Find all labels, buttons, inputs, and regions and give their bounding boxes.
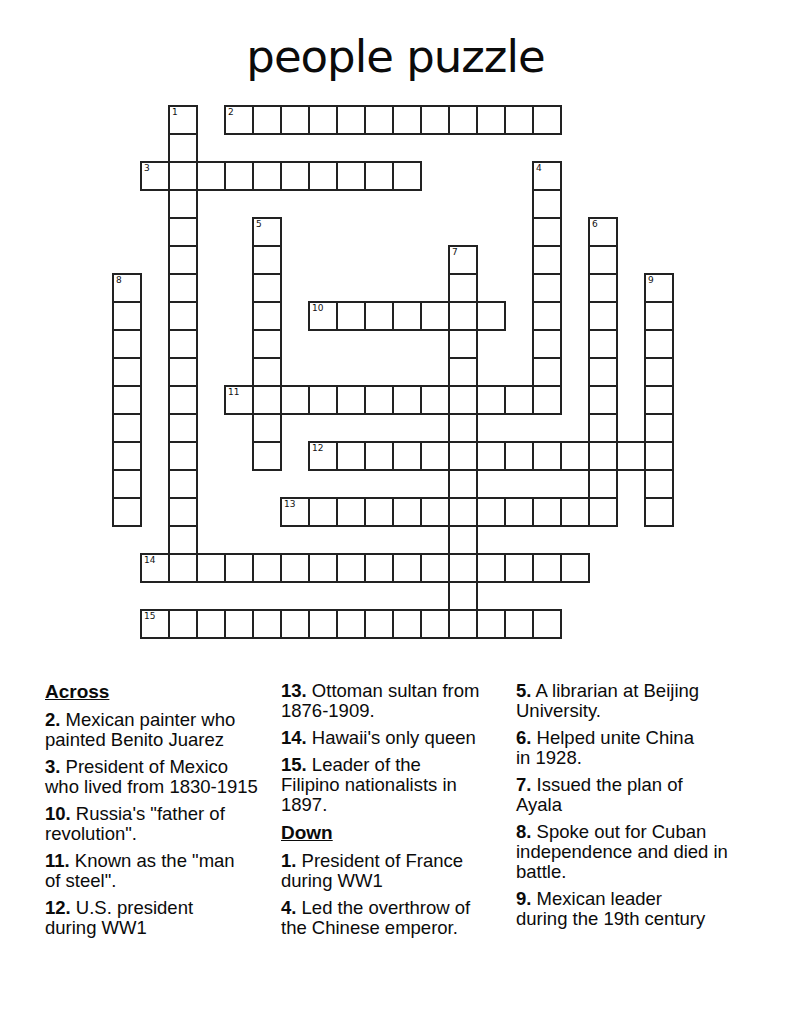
clue-9: 9. Mexican leader during the 19th centur… xyxy=(516,889,768,929)
cell-r14c16[interactable] xyxy=(560,497,590,527)
clue-4: 4. Led the overthrow of the Chinese empe… xyxy=(281,898,533,938)
grid-number-7: 7 xyxy=(452,247,458,257)
cell-r8c19[interactable] xyxy=(644,329,674,359)
cell-r7c9[interactable] xyxy=(364,301,394,331)
clue-6: 6. Helped unite China in 1928. xyxy=(516,728,768,768)
cell-r16c11[interactable] xyxy=(420,553,450,583)
cell-r16c15[interactable] xyxy=(532,553,562,583)
cell-r14c7[interactable] xyxy=(308,497,338,527)
cell-r6c17[interactable] xyxy=(588,273,618,303)
page-title: people puzzle xyxy=(0,30,791,83)
cell-r18c6[interactable] xyxy=(280,609,310,639)
cell-r14c19[interactable] xyxy=(644,497,674,527)
cell-r12c13[interactable] xyxy=(476,441,506,471)
cell-r18c7[interactable] xyxy=(308,609,338,639)
cell-r16c3[interactable] xyxy=(196,553,226,583)
clue-number-1: 1. xyxy=(281,850,296,871)
cell-r10c13[interactable] xyxy=(476,385,506,415)
cell-r9c2[interactable] xyxy=(168,357,198,387)
cell-r5c17[interactable] xyxy=(588,245,618,275)
cell-r10c15[interactable] xyxy=(532,385,562,415)
cell-r16c13[interactable] xyxy=(476,553,506,583)
cell-r0c8[interactable] xyxy=(336,105,366,135)
cell-r8c12[interactable] xyxy=(448,329,478,359)
cell-r13c2[interactable] xyxy=(168,469,198,499)
cell-r12c5[interactable] xyxy=(252,441,282,471)
clues-column-down: 5. A librarian at Beijing University.6. … xyxy=(516,681,768,936)
clue-1: 1. President of France during WW1 xyxy=(281,851,533,891)
cell-r7c15[interactable] xyxy=(532,301,562,331)
cell-r15c2[interactable] xyxy=(168,525,198,555)
cell-r12c2[interactable] xyxy=(168,441,198,471)
clue-15: 15. Leader of the Filipino nationalists … xyxy=(281,755,533,815)
clues-column-middle: 13. Ottoman sultan from 1876-1909.14. Ha… xyxy=(281,681,533,945)
cell-r4c15[interactable] xyxy=(532,217,562,247)
cell-r7c2[interactable] xyxy=(168,301,198,331)
cell-r2c6[interactable] xyxy=(280,161,310,191)
cell-r16c12[interactable] xyxy=(448,553,478,583)
cell-r10c11[interactable] xyxy=(420,385,450,415)
grid-number-12: 12 xyxy=(312,443,323,453)
cell-r10c10[interactable] xyxy=(392,385,422,415)
cell-r14c12[interactable] xyxy=(448,497,478,527)
cell-r5c2[interactable] xyxy=(168,245,198,275)
cell-r18c9[interactable] xyxy=(364,609,394,639)
cell-r16c6[interactable] xyxy=(280,553,310,583)
clue-number-2: 2. xyxy=(45,709,60,730)
clue-number-4: 4. xyxy=(281,897,296,918)
cell-r18c12[interactable] xyxy=(448,609,478,639)
cell-r6c2[interactable] xyxy=(168,273,198,303)
cell-r11c17[interactable] xyxy=(588,413,618,443)
cell-r12c8[interactable] xyxy=(336,441,366,471)
cell-r16c4[interactable] xyxy=(224,553,254,583)
cell-r13c19[interactable] xyxy=(644,469,674,499)
cell-r16c8[interactable] xyxy=(336,553,366,583)
cell-r2c5[interactable] xyxy=(252,161,282,191)
cell-r0c5[interactable] xyxy=(252,105,282,135)
cell-r14c13[interactable] xyxy=(476,497,506,527)
clue-number-11: 11. xyxy=(45,850,70,871)
grid-number-15: 15 xyxy=(144,611,155,621)
cell-r10c9[interactable] xyxy=(364,385,394,415)
cell-r8c17[interactable] xyxy=(588,329,618,359)
cell-r18c10[interactable] xyxy=(392,609,422,639)
grid-number-4: 4 xyxy=(536,163,542,173)
cell-r18c13[interactable] xyxy=(476,609,506,639)
cell-r8c15[interactable] xyxy=(532,329,562,359)
cell-r2c2[interactable] xyxy=(168,161,198,191)
crossword-grid: 123456789101112131415 xyxy=(113,106,675,641)
cell-r18c14[interactable] xyxy=(504,609,534,639)
cell-r18c11[interactable] xyxy=(420,609,450,639)
cell-r12c14[interactable] xyxy=(504,441,534,471)
cell-r9c19[interactable] xyxy=(644,357,674,387)
clue-8: 8. Spoke out for Cuban independence and … xyxy=(516,822,768,882)
cell-r17c12[interactable] xyxy=(448,581,478,611)
cell-r8c5[interactable] xyxy=(252,329,282,359)
cell-r5c5[interactable] xyxy=(252,245,282,275)
grid-number-1: 1 xyxy=(172,107,178,117)
cell-r8c2[interactable] xyxy=(168,329,198,359)
cell-r2c7[interactable] xyxy=(308,161,338,191)
cell-r5c15[interactable] xyxy=(532,245,562,275)
cell-r11c2[interactable] xyxy=(168,413,198,443)
cell-r16c9[interactable] xyxy=(364,553,394,583)
cell-r13c17[interactable] xyxy=(588,469,618,499)
cell-r14c17[interactable] xyxy=(588,497,618,527)
cell-r10c19[interactable] xyxy=(644,385,674,415)
cell-r10c5[interactable] xyxy=(252,385,282,415)
clue-number-6: 6. xyxy=(516,727,531,748)
cell-r16c5[interactable] xyxy=(252,553,282,583)
cell-r11c5[interactable] xyxy=(252,413,282,443)
clue-number-3: 3. xyxy=(45,756,60,777)
cell-r3c15[interactable] xyxy=(532,189,562,219)
grid-number-14: 14 xyxy=(144,555,155,565)
cell-r2c10[interactable] xyxy=(392,161,422,191)
cell-r14c11[interactable] xyxy=(420,497,450,527)
cell-r16c14[interactable] xyxy=(504,553,534,583)
grid-number-6: 6 xyxy=(592,219,598,229)
cell-r16c16[interactable] xyxy=(560,553,590,583)
clue-number-5: 5. xyxy=(516,680,531,701)
cell-r6c12[interactable] xyxy=(448,273,478,303)
cell-r11c19[interactable] xyxy=(644,413,674,443)
cell-r11c0[interactable] xyxy=(112,413,142,443)
across-heading: Across xyxy=(45,681,297,703)
cell-r4c2[interactable] xyxy=(168,217,198,247)
cell-r12c17[interactable] xyxy=(588,441,618,471)
clue-7: 7. Issued the plan of Ayala xyxy=(516,775,768,815)
cell-r0c14[interactable] xyxy=(504,105,534,135)
clue-13: 13. Ottoman sultan from 1876-1909. xyxy=(281,681,533,721)
cell-r14c8[interactable] xyxy=(336,497,366,527)
clues-column-across: Across2. Mexican painter who painted Ben… xyxy=(45,681,297,945)
clue-10: 10. Russia's "father of revolution". xyxy=(45,804,297,844)
cell-r0c6[interactable] xyxy=(280,105,310,135)
grid-number-10: 10 xyxy=(312,303,323,313)
clue-number-15: 15. xyxy=(281,754,307,775)
cell-r12c18[interactable] xyxy=(616,441,646,471)
cell-r1c2[interactable] xyxy=(168,133,198,163)
cell-r6c15[interactable] xyxy=(532,273,562,303)
cell-r14c15[interactable] xyxy=(532,497,562,527)
grid-number-8: 8 xyxy=(116,275,122,285)
cell-r16c10[interactable] xyxy=(392,553,422,583)
cell-r12c0[interactable] xyxy=(112,441,142,471)
cell-r8c0[interactable] xyxy=(112,329,142,359)
cell-r9c5[interactable] xyxy=(252,357,282,387)
cell-r18c8[interactable] xyxy=(336,609,366,639)
clue-number-14: 14. xyxy=(281,727,307,748)
clue-3: 3. President of Mexico who lived from 18… xyxy=(45,757,297,797)
cell-r10c17[interactable] xyxy=(588,385,618,415)
grid-number-2: 2 xyxy=(228,107,234,117)
cell-r6c5[interactable] xyxy=(252,273,282,303)
clue-2: 2. Mexican painter who painted Benito Ju… xyxy=(45,710,297,750)
cell-r16c2[interactable] xyxy=(168,553,198,583)
down-heading: Down xyxy=(281,822,533,844)
grid-number-5: 5 xyxy=(256,219,262,229)
cell-r14c0[interactable] xyxy=(112,497,142,527)
cell-r7c10[interactable] xyxy=(392,301,422,331)
cell-r0c7[interactable] xyxy=(308,105,338,135)
cell-r7c0[interactable] xyxy=(112,301,142,331)
cell-r9c17[interactable] xyxy=(588,357,618,387)
cell-r0c11[interactable] xyxy=(420,105,450,135)
grid-number-13: 13 xyxy=(284,499,295,509)
cell-r14c10[interactable] xyxy=(392,497,422,527)
grid-number-11: 11 xyxy=(228,387,239,397)
cell-r13c0[interactable] xyxy=(112,469,142,499)
cell-r12c10[interactable] xyxy=(392,441,422,471)
cell-r3c2[interactable] xyxy=(168,189,198,219)
cell-r0c15[interactable] xyxy=(532,105,562,135)
clue-number-7: 7. xyxy=(516,774,531,795)
clue-number-8: 8. xyxy=(516,821,531,842)
cell-r9c0[interactable] xyxy=(112,357,142,387)
cell-r7c13[interactable] xyxy=(476,301,506,331)
cell-r10c14[interactable] xyxy=(504,385,534,415)
cell-r9c15[interactable] xyxy=(532,357,562,387)
clue-number-10: 10. xyxy=(45,803,71,824)
cell-r10c2[interactable] xyxy=(168,385,198,415)
cell-r10c0[interactable] xyxy=(112,385,142,415)
cell-r12c16[interactable] xyxy=(560,441,590,471)
cell-r7c19[interactable] xyxy=(644,301,674,331)
cell-r18c3[interactable] xyxy=(196,609,226,639)
cell-r14c2[interactable] xyxy=(168,497,198,527)
grid-number-9: 9 xyxy=(648,275,654,285)
cell-r18c4[interactable] xyxy=(224,609,254,639)
cell-r10c12[interactable] xyxy=(448,385,478,415)
cell-r7c5[interactable] xyxy=(252,301,282,331)
cell-r7c8[interactable] xyxy=(336,301,366,331)
cell-r16c7[interactable] xyxy=(308,553,338,583)
clue-11: 11. Known as the "man of steel". xyxy=(45,851,297,891)
clue-5: 5. A librarian at Beijing University. xyxy=(516,681,768,721)
cell-r18c5[interactable] xyxy=(252,609,282,639)
cell-r12c15[interactable] xyxy=(532,441,562,471)
cell-r7c11[interactable] xyxy=(420,301,450,331)
cell-r9c12[interactable] xyxy=(448,357,478,387)
cell-r2c8[interactable] xyxy=(336,161,366,191)
clue-12: 12. U.S. president during WW1 xyxy=(45,898,297,938)
cell-r12c19[interactable] xyxy=(644,441,674,471)
cell-r15c12[interactable] xyxy=(448,525,478,555)
cell-r7c12[interactable] xyxy=(448,301,478,331)
cell-r0c10[interactable] xyxy=(392,105,422,135)
cell-r14c9[interactable] xyxy=(364,497,394,527)
cell-r12c12[interactable] xyxy=(448,441,478,471)
cell-r2c3[interactable] xyxy=(196,161,226,191)
cell-r11c12[interactable] xyxy=(448,413,478,443)
cell-r10c6[interactable] xyxy=(280,385,310,415)
cell-r0c12[interactable] xyxy=(448,105,478,135)
cell-r14c14[interactable] xyxy=(504,497,534,527)
cell-r18c2[interactable] xyxy=(168,609,198,639)
clue-14: 14. Hawaii's only queen xyxy=(281,728,533,748)
cell-r18c15[interactable] xyxy=(532,609,562,639)
cell-r10c8[interactable] xyxy=(336,385,366,415)
clue-number-13: 13. xyxy=(281,680,307,701)
cell-r0c9[interactable] xyxy=(364,105,394,135)
cell-r12c11[interactable] xyxy=(420,441,450,471)
grid-number-3: 3 xyxy=(144,163,150,173)
cell-r0c13[interactable] xyxy=(476,105,506,135)
cell-r2c9[interactable] xyxy=(364,161,394,191)
cell-r2c4[interactable] xyxy=(224,161,254,191)
clue-number-12: 12. xyxy=(45,897,71,918)
clue-number-9: 9. xyxy=(516,888,531,909)
cell-r7c17[interactable] xyxy=(588,301,618,331)
cell-r12c9[interactable] xyxy=(364,441,394,471)
cell-r13c12[interactable] xyxy=(448,469,478,499)
cell-r10c7[interactable] xyxy=(308,385,338,415)
